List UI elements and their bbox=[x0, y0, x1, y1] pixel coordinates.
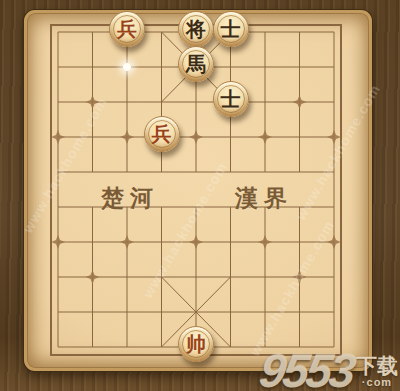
piece-character: 士 bbox=[221, 89, 241, 109]
piece-character: 帅 bbox=[186, 334, 206, 354]
piece-character: 将 bbox=[186, 19, 206, 39]
piece-black-horse[interactable]: 馬 bbox=[178, 46, 214, 82]
piece-red-soldier[interactable]: 兵 bbox=[144, 116, 180, 152]
piece-black-advisor[interactable]: 士 bbox=[213, 11, 249, 47]
piece-black-advisor[interactable]: 士 bbox=[213, 81, 249, 117]
piece-red-soldier[interactable]: 兵 bbox=[109, 11, 145, 47]
piece-red-general[interactable]: 帅 bbox=[178, 326, 214, 362]
piece-character: 馬 bbox=[186, 54, 206, 74]
piece-character: 兵 bbox=[152, 124, 172, 144]
piece-character: 士 bbox=[221, 19, 241, 39]
piece-character: 兵 bbox=[117, 19, 137, 39]
xiangqi-board[interactable]: 兵将士馬士兵帅 bbox=[41, 15, 352, 365]
game-screen: 楚河 漢界 兵将士馬士兵帅 www.hackhome.comwww.hackho… bbox=[0, 0, 400, 391]
piece-black-general[interactable]: 将 bbox=[178, 11, 214, 47]
